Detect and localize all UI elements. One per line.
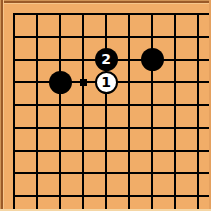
black-stone [49,71,72,94]
go-board: 21 [0,0,211,211]
black-stone-move-2: 2 [95,48,118,71]
black-stone [141,48,164,71]
go-diagram: 21 [0,0,211,211]
move-number-label: 2 [101,52,111,66]
white-stone-move-1: 1 [95,71,118,94]
square-marker [80,79,87,86]
crop-edge-bottom [0,209,211,211]
crop-edge-right [209,0,211,211]
intersection-grid: 21 [3,3,210,208]
move-number-label: 1 [101,75,111,89]
